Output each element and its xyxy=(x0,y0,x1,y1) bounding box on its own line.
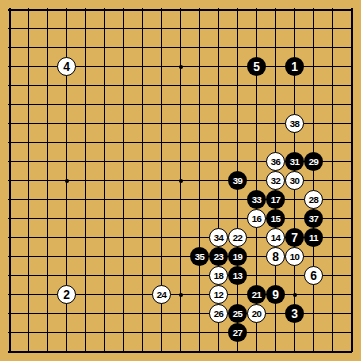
move-number: 23 xyxy=(214,252,224,262)
star-point xyxy=(293,293,297,297)
stone-white-20: 20 xyxy=(247,304,266,323)
stone-black-23: 23 xyxy=(209,247,228,266)
stone-black-7: 7 xyxy=(285,228,304,247)
move-number: 8 xyxy=(272,251,279,263)
move-number: 2 xyxy=(63,289,70,301)
stone-white-8: 8 xyxy=(266,247,285,266)
stone-white-14: 14 xyxy=(266,228,285,247)
stone-white-12: 12 xyxy=(209,285,228,304)
move-number: 25 xyxy=(233,309,243,319)
go-board[interactable]: 1234567891011121314151617181920212223242… xyxy=(0,0,361,361)
stone-white-30: 30 xyxy=(285,171,304,190)
move-number: 22 xyxy=(233,233,243,243)
move-number: 13 xyxy=(233,271,243,281)
move-number: 29 xyxy=(309,157,319,167)
move-number: 11 xyxy=(309,233,318,243)
stone-white-22: 22 xyxy=(228,228,247,247)
stone-black-3: 3 xyxy=(285,304,304,323)
move-number: 30 xyxy=(290,176,300,186)
stone-black-37: 37 xyxy=(304,209,323,228)
move-number: 20 xyxy=(252,309,262,319)
stone-white-38: 38 xyxy=(285,114,304,133)
move-number: 14 xyxy=(271,233,281,243)
move-number: 9 xyxy=(272,289,279,301)
stone-white-36: 36 xyxy=(266,152,285,171)
stone-white-34: 34 xyxy=(209,228,228,247)
gridline-horizontal xyxy=(8,275,352,276)
stone-white-10: 10 xyxy=(285,247,304,266)
stone-black-11: 11 xyxy=(304,228,323,247)
move-number: 19 xyxy=(233,252,243,262)
stone-black-27: 27 xyxy=(228,323,247,342)
gridline-horizontal xyxy=(8,332,352,333)
move-number: 33 xyxy=(252,195,262,205)
stone-black-19: 19 xyxy=(228,247,247,266)
stone-black-25: 25 xyxy=(228,304,247,323)
move-number: 5 xyxy=(253,61,260,73)
move-number: 39 xyxy=(233,176,243,186)
move-number: 4 xyxy=(63,61,70,73)
stone-white-28: 28 xyxy=(304,190,323,209)
gridline-vertical xyxy=(332,8,333,352)
move-number: 18 xyxy=(214,271,224,281)
stone-black-5: 5 xyxy=(247,57,266,76)
move-number: 38 xyxy=(290,119,300,129)
gridline-horizontal xyxy=(8,199,352,200)
stone-black-29: 29 xyxy=(304,152,323,171)
move-number: 3 xyxy=(291,308,298,320)
move-number: 1 xyxy=(291,61,298,73)
stone-black-21: 21 xyxy=(247,285,266,304)
stone-black-17: 17 xyxy=(266,190,285,209)
stone-white-4: 4 xyxy=(57,57,76,76)
move-number: 31 xyxy=(290,157,300,167)
move-number: 24 xyxy=(157,290,167,300)
move-number: 36 xyxy=(271,157,281,167)
move-number: 10 xyxy=(290,252,300,262)
star-point xyxy=(179,179,183,183)
gridline-horizontal xyxy=(8,351,352,353)
move-number: 34 xyxy=(214,233,224,243)
move-number: 12 xyxy=(214,290,224,300)
move-number: 21 xyxy=(252,290,262,300)
stone-white-16: 16 xyxy=(247,209,266,228)
stone-white-6: 6 xyxy=(304,266,323,285)
stone-white-32: 32 xyxy=(266,171,285,190)
move-number: 6 xyxy=(310,270,317,282)
gridline-vertical xyxy=(351,8,353,352)
gridline-vertical xyxy=(199,8,200,352)
stone-black-39: 39 xyxy=(228,171,247,190)
stone-black-13: 13 xyxy=(228,266,247,285)
stone-black-1: 1 xyxy=(285,57,304,76)
move-number: 35 xyxy=(195,252,205,262)
stone-black-33: 33 xyxy=(247,190,266,209)
stone-black-15: 15 xyxy=(266,209,285,228)
stone-white-24: 24 xyxy=(152,285,171,304)
move-number: 28 xyxy=(309,195,319,205)
stone-white-18: 18 xyxy=(209,266,228,285)
move-number: 7 xyxy=(291,232,298,244)
star-point xyxy=(179,293,183,297)
move-number: 32 xyxy=(271,176,281,186)
stone-white-26: 26 xyxy=(209,304,228,323)
star-point xyxy=(179,65,183,69)
star-point xyxy=(65,179,69,183)
gridline-horizontal xyxy=(8,218,352,219)
move-number: 16 xyxy=(252,214,262,224)
move-number: 26 xyxy=(214,309,224,319)
stone-black-31: 31 xyxy=(285,152,304,171)
move-number: 37 xyxy=(309,214,319,224)
gridline-vertical xyxy=(313,8,314,352)
stone-white-2: 2 xyxy=(57,285,76,304)
move-number: 17 xyxy=(271,195,281,205)
stone-black-9: 9 xyxy=(266,285,285,304)
move-number: 15 xyxy=(271,214,281,224)
move-number: 27 xyxy=(233,328,243,338)
stone-black-35: 35 xyxy=(190,247,209,266)
